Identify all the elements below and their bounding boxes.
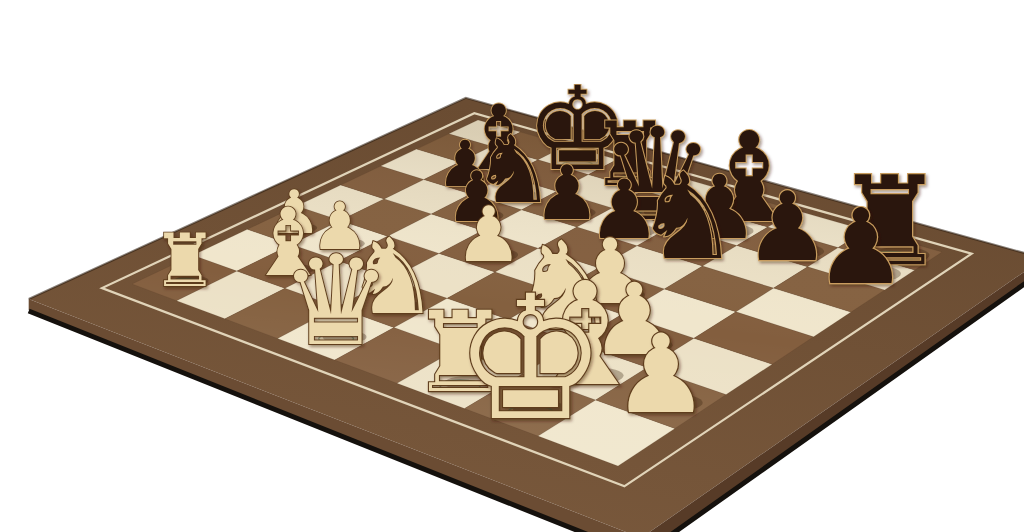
piece-white-rook-a1[interactable]: ♜: [152, 218, 218, 303]
piece-white-king-g1[interactable]: ♚: [453, 259, 607, 458]
piece-white-pawn-h2[interactable]: ♟: [612, 311, 710, 438]
piece-white-queen-d1[interactable]: ♛: [280, 229, 392, 373]
chess-board: ♚♝♜♟♞♛♟♝♟♟♟♟♟♞♟♜♟♝♟♜♟♞♞♛♟♝♜♟♚: [0, 0, 1024, 532]
piece-black-pawn-h7[interactable]: ♟: [814, 186, 907, 308]
product-photo-scene: ♚♝♜♟♞♛♟♝♟♟♟♟♟♞♟♜♟♝♟♜♟♞♞♛♟♝♜♟♚: [0, 0, 1024, 532]
